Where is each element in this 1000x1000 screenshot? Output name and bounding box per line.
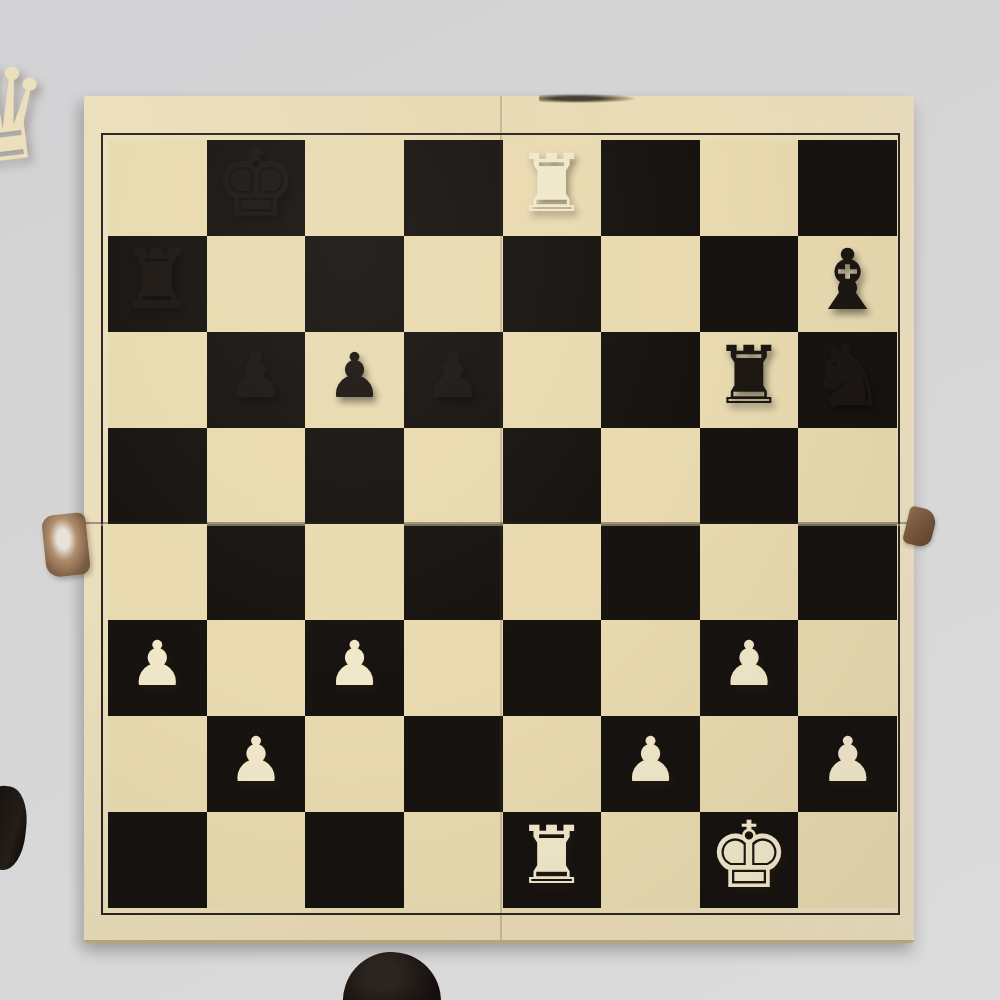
square-f2[interactable]: ♟ bbox=[601, 716, 700, 812]
square-a5[interactable] bbox=[108, 428, 207, 524]
square-g3[interactable]: ♟ bbox=[700, 620, 799, 716]
white-king[interactable]: ♚ bbox=[708, 810, 790, 902]
square-b3[interactable] bbox=[207, 620, 306, 716]
square-a6[interactable] bbox=[108, 332, 207, 428]
black-knight[interactable]: ♞ bbox=[810, 334, 885, 418]
square-g2[interactable] bbox=[700, 716, 799, 812]
square-e7[interactable] bbox=[503, 236, 602, 332]
offboard-black-piece-bottom bbox=[340, 949, 443, 1000]
square-e1[interactable]: ♜ bbox=[503, 812, 602, 908]
white-pawn[interactable]: ♟ bbox=[228, 729, 284, 791]
chess-board: ♚♜♜♝♟♟♟♜♞♟♟♟♟♟♟♜♚ bbox=[84, 96, 914, 943]
square-a7[interactable]: ♜ bbox=[108, 236, 207, 332]
square-b4[interactable] bbox=[207, 524, 306, 620]
square-b1[interactable] bbox=[207, 812, 306, 908]
square-f6[interactable] bbox=[601, 332, 700, 428]
square-e3[interactable] bbox=[503, 620, 602, 716]
square-g5[interactable] bbox=[700, 428, 799, 524]
square-d1[interactable] bbox=[404, 812, 503, 908]
square-h6[interactable]: ♞ bbox=[798, 332, 897, 428]
square-a2[interactable] bbox=[108, 716, 207, 812]
white-pawn[interactable]: ♟ bbox=[721, 633, 777, 695]
square-e2[interactable] bbox=[503, 716, 602, 812]
square-b7[interactable] bbox=[207, 236, 306, 332]
square-h2[interactable]: ♟ bbox=[798, 716, 897, 812]
black-rook[interactable]: ♜ bbox=[713, 336, 785, 416]
square-f5[interactable] bbox=[601, 428, 700, 524]
board-grid: ♚♜♜♝♟♟♟♜♞♟♟♟♟♟♟♜♚ bbox=[108, 140, 897, 908]
black-bishop[interactable]: ♝ bbox=[810, 238, 885, 322]
square-f3[interactable] bbox=[601, 620, 700, 716]
black-pawn[interactable]: ♟ bbox=[425, 345, 481, 407]
square-h5[interactable] bbox=[798, 428, 897, 524]
square-f4[interactable] bbox=[601, 524, 700, 620]
black-pawn[interactable]: ♟ bbox=[327, 345, 383, 407]
square-f1[interactable] bbox=[601, 812, 700, 908]
square-h3[interactable] bbox=[798, 620, 897, 716]
square-d4[interactable] bbox=[404, 524, 503, 620]
square-g7[interactable] bbox=[700, 236, 799, 332]
square-f8[interactable] bbox=[601, 140, 700, 236]
square-e4[interactable] bbox=[503, 524, 602, 620]
white-pawn[interactable]: ♟ bbox=[130, 633, 186, 695]
board-hinge-left bbox=[41, 512, 91, 578]
square-a4[interactable] bbox=[108, 524, 207, 620]
square-g4[interactable] bbox=[700, 524, 799, 620]
black-king[interactable]: ♚ bbox=[215, 138, 297, 230]
offboard-black-piece-left bbox=[0, 784, 30, 872]
square-c8[interactable] bbox=[305, 140, 404, 236]
square-g6[interactable]: ♜ bbox=[700, 332, 799, 428]
square-c6[interactable]: ♟ bbox=[305, 332, 404, 428]
square-g1[interactable]: ♚ bbox=[700, 812, 799, 908]
square-h8[interactable] bbox=[798, 140, 897, 236]
offboard-white-piece: ♛ bbox=[0, 41, 77, 216]
white-pawn[interactable]: ♟ bbox=[623, 729, 679, 791]
white-pawn[interactable]: ♟ bbox=[820, 729, 876, 791]
square-c5[interactable] bbox=[305, 428, 404, 524]
square-c3[interactable]: ♟ bbox=[305, 620, 404, 716]
square-h4[interactable] bbox=[798, 524, 897, 620]
wood-scuff-mark bbox=[539, 94, 634, 103]
square-e8[interactable]: ♜ bbox=[503, 140, 602, 236]
square-a3[interactable]: ♟ bbox=[108, 620, 207, 716]
square-a8[interactable] bbox=[108, 140, 207, 236]
square-h7[interactable]: ♝ bbox=[798, 236, 897, 332]
square-b2[interactable]: ♟ bbox=[207, 716, 306, 812]
white-pawn[interactable]: ♟ bbox=[327, 633, 383, 695]
square-c2[interactable] bbox=[305, 716, 404, 812]
square-d2[interactable] bbox=[404, 716, 503, 812]
square-d7[interactable] bbox=[404, 236, 503, 332]
square-b8[interactable]: ♚ bbox=[207, 140, 306, 236]
white-rook[interactable]: ♜ bbox=[516, 816, 588, 896]
square-d8[interactable] bbox=[404, 140, 503, 236]
square-e6[interactable] bbox=[503, 332, 602, 428]
square-d3[interactable] bbox=[404, 620, 503, 716]
white-rook[interactable]: ♜ bbox=[516, 144, 588, 224]
square-b6[interactable]: ♟ bbox=[207, 332, 306, 428]
square-b5[interactable] bbox=[207, 428, 306, 524]
photo-background: { "game": "chess", "scene": { "descripti… bbox=[0, 0, 1000, 1000]
square-c7[interactable] bbox=[305, 236, 404, 332]
square-g8[interactable] bbox=[700, 140, 799, 236]
square-d5[interactable] bbox=[404, 428, 503, 524]
black-pawn[interactable]: ♟ bbox=[228, 345, 284, 407]
square-h1[interactable] bbox=[798, 812, 897, 908]
square-a1[interactable] bbox=[108, 812, 207, 908]
square-e5[interactable] bbox=[503, 428, 602, 524]
black-rook[interactable]: ♜ bbox=[121, 240, 193, 320]
square-c4[interactable] bbox=[305, 524, 404, 620]
square-f7[interactable] bbox=[601, 236, 700, 332]
square-d6[interactable]: ♟ bbox=[404, 332, 503, 428]
square-c1[interactable] bbox=[305, 812, 404, 908]
